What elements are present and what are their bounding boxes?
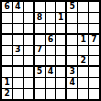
cell-r5c4[interactable]: 7 (35, 46, 45, 56)
cell-r9c2[interactable] (13, 89, 23, 99)
cell-r1c3[interactable] (24, 2, 34, 12)
cell-r1c7[interactable]: 5 (67, 2, 77, 12)
cell-r3c8[interactable] (78, 24, 88, 34)
cell-r4c8[interactable]: 1 (78, 35, 88, 45)
cell-r6c4[interactable] (35, 56, 45, 66)
cell-r4c7[interactable] (67, 35, 77, 45)
cell-r6c5[interactable] (46, 56, 56, 66)
cell-r2c4[interactable]: 8 (35, 13, 45, 23)
cell-r6c2[interactable] (13, 56, 23, 66)
cell-r9c4[interactable] (35, 89, 45, 99)
cell-r1c8[interactable] (78, 2, 88, 12)
cell-r4c6[interactable] (56, 35, 66, 45)
cell-r2c6[interactable]: 1 (56, 13, 66, 23)
cell-r8c2[interactable] (13, 78, 23, 88)
cell-r1c1[interactable]: 6 (2, 2, 12, 12)
cell-r4c4[interactable] (35, 35, 45, 45)
cell-r7c6[interactable] (56, 67, 66, 77)
cell-r9c6[interactable] (56, 89, 66, 99)
cell-r9c9[interactable] (89, 89, 99, 99)
cell-r7c2[interactable] (13, 67, 23, 77)
cell-r6c7[interactable] (67, 56, 77, 66)
cell-r4c1[interactable] (2, 35, 12, 45)
cell-r4c9[interactable]: 7 (89, 35, 99, 45)
cell-r5c2[interactable]: 3 (13, 46, 23, 56)
cell-r6c6[interactable] (56, 56, 66, 66)
cell-r3c7[interactable] (67, 24, 77, 34)
cell-r6c9[interactable] (89, 56, 99, 66)
cell-r1c4[interactable] (35, 2, 45, 12)
cell-r7c1[interactable] (2, 67, 12, 77)
cell-r5c7[interactable] (67, 46, 77, 56)
cell-r9c8[interactable] (78, 89, 88, 99)
cell-r7c4[interactable]: 5 (35, 67, 45, 77)
cell-r8c8[interactable] (78, 78, 88, 88)
cell-r6c3[interactable] (24, 56, 34, 66)
cell-r2c2[interactable] (13, 13, 23, 23)
cell-r3c2[interactable] (13, 24, 23, 34)
cell-r4c3[interactable] (24, 35, 34, 45)
cell-r2c7[interactable] (67, 13, 77, 23)
cell-r2c1[interactable] (2, 13, 12, 23)
cell-r3c9[interactable] (89, 24, 99, 34)
cell-r5c5[interactable] (46, 46, 56, 56)
cell-r2c3[interactable] (24, 13, 34, 23)
cell-r1c9[interactable] (89, 2, 99, 12)
cell-r7c5[interactable]: 4 (46, 67, 56, 77)
cell-r8c3[interactable] (24, 78, 34, 88)
cell-r4c5[interactable]: 6 (46, 35, 56, 45)
cell-r7c7[interactable]: 3 (67, 67, 77, 77)
cell-r7c9[interactable] (89, 67, 99, 77)
cell-r5c6[interactable] (56, 46, 66, 56)
cell-r4c2[interactable] (13, 35, 23, 45)
cell-r5c1[interactable] (2, 46, 12, 56)
cell-r6c1[interactable] (2, 56, 12, 66)
cell-r1c5[interactable] (46, 2, 56, 12)
cell-r3c3[interactable] (24, 24, 34, 34)
cell-r2c9[interactable] (89, 13, 99, 23)
cell-r9c5[interactable] (46, 89, 56, 99)
cell-r2c5[interactable] (46, 13, 56, 23)
cell-r1c2[interactable]: 4 (13, 2, 23, 12)
cell-r8c7[interactable]: 4 (67, 78, 77, 88)
cell-r8c1[interactable]: 1 (2, 78, 12, 88)
cell-r3c6[interactable] (56, 24, 66, 34)
cell-r2c8[interactable] (78, 13, 88, 23)
cell-r7c3[interactable] (24, 67, 34, 77)
cell-r9c7[interactable] (67, 89, 77, 99)
cell-r3c4[interactable] (35, 24, 45, 34)
cell-r8c9[interactable] (89, 78, 99, 88)
cell-r8c6[interactable] (56, 78, 66, 88)
cell-r6c8[interactable]: 2 (78, 56, 88, 66)
cell-r3c1[interactable] (2, 24, 12, 34)
cell-r3c5[interactable] (46, 24, 56, 34)
sudoku-board: 64581617372543142 (0, 0, 101, 101)
cell-r9c3[interactable] (24, 89, 34, 99)
cell-r1c6[interactable] (56, 2, 66, 12)
cell-r9c1[interactable]: 2 (2, 89, 12, 99)
cell-r5c3[interactable] (24, 46, 34, 56)
cell-r8c5[interactable] (46, 78, 56, 88)
cell-r5c9[interactable] (89, 46, 99, 56)
cell-r8c4[interactable] (35, 78, 45, 88)
cell-r7c8[interactable] (78, 67, 88, 77)
cell-r5c8[interactable] (78, 46, 88, 56)
